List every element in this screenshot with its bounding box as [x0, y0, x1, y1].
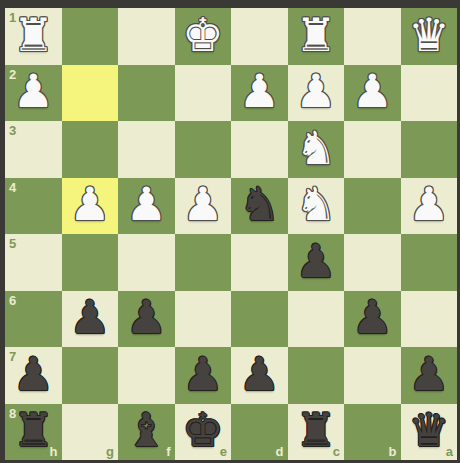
white-pawn[interactable]: ♟	[295, 68, 336, 114]
black-king[interactable]: ♚	[182, 407, 223, 453]
white-knight[interactable]: ♞	[295, 181, 336, 227]
black-pawn[interactable]: ♟	[352, 294, 393, 340]
white-knight[interactable]: ♞	[295, 125, 336, 171]
black-pawn[interactable]: ♟	[13, 351, 54, 397]
square-e1[interactable]: ♚	[175, 8, 232, 65]
square-f1[interactable]	[118, 8, 175, 65]
square-d8[interactable]: d	[231, 404, 288, 461]
square-g4[interactable]: ♟	[62, 178, 119, 235]
black-pawn[interactable]: ♟	[69, 294, 110, 340]
square-g6[interactable]: ♟	[62, 291, 119, 348]
square-c2[interactable]: ♟	[288, 65, 345, 122]
square-h5[interactable]: 5	[5, 234, 62, 291]
square-f4[interactable]: ♟	[118, 178, 175, 235]
square-f7[interactable]	[118, 347, 175, 404]
square-b1[interactable]	[344, 8, 401, 65]
square-e4[interactable]: ♟	[175, 178, 232, 235]
square-g8[interactable]: g	[62, 404, 119, 461]
square-d2[interactable]: ♟	[231, 65, 288, 122]
black-rook[interactable]: ♜	[295, 407, 336, 453]
square-f8[interactable]: ♝f	[118, 404, 175, 461]
square-a7[interactable]: ♟	[401, 347, 458, 404]
chess-board: ♜1♚♜♛♟2♟♟♟3♞4♟♟♟♞♞♟5♟6♟♟♟♟7♟♟♟♜8hg♝f♚ed♜…	[5, 8, 457, 460]
black-pawn[interactable]: ♟	[239, 351, 280, 397]
square-g5[interactable]	[62, 234, 119, 291]
square-h6[interactable]: 6	[5, 291, 62, 348]
square-a4[interactable]: ♟	[401, 178, 458, 235]
square-c6[interactable]	[288, 291, 345, 348]
square-c1[interactable]: ♜	[288, 8, 345, 65]
square-e6[interactable]	[175, 291, 232, 348]
square-a8[interactable]: ♛a	[401, 404, 458, 461]
square-g1[interactable]	[62, 8, 119, 65]
square-c4[interactable]: ♞	[288, 178, 345, 235]
square-b4[interactable]	[344, 178, 401, 235]
square-c5[interactable]: ♟	[288, 234, 345, 291]
square-h7[interactable]: ♟7	[5, 347, 62, 404]
white-pawn[interactable]: ♟	[408, 181, 449, 227]
square-h4[interactable]: 4	[5, 178, 62, 235]
square-d3[interactable]	[231, 121, 288, 178]
square-e8[interactable]: ♚e	[175, 404, 232, 461]
square-b6[interactable]: ♟	[344, 291, 401, 348]
square-g7[interactable]	[62, 347, 119, 404]
black-rook[interactable]: ♜	[13, 407, 54, 453]
square-g3[interactable]	[62, 121, 119, 178]
white-pawn[interactable]: ♟	[182, 181, 223, 227]
square-e3[interactable]	[175, 121, 232, 178]
square-b3[interactable]	[344, 121, 401, 178]
white-rook[interactable]: ♜	[295, 12, 336, 58]
white-king[interactable]: ♚	[182, 12, 223, 58]
square-f5[interactable]	[118, 234, 175, 291]
square-f2[interactable]	[118, 65, 175, 122]
square-e5[interactable]	[175, 234, 232, 291]
white-pawn[interactable]: ♟	[126, 181, 167, 227]
black-pawn[interactable]: ♟	[408, 351, 449, 397]
square-b5[interactable]	[344, 234, 401, 291]
square-h8[interactable]: ♜8h	[5, 404, 62, 461]
black-pawn[interactable]: ♟	[182, 351, 223, 397]
square-a5[interactable]	[401, 234, 458, 291]
square-c8[interactable]: ♜c	[288, 404, 345, 461]
square-f6[interactable]: ♟	[118, 291, 175, 348]
square-a2[interactable]	[401, 65, 458, 122]
rank-label-3: 3	[9, 124, 16, 137]
white-pawn[interactable]: ♟	[239, 68, 280, 114]
square-f3[interactable]	[118, 121, 175, 178]
square-e2[interactable]	[175, 65, 232, 122]
square-a1[interactable]: ♛	[401, 8, 458, 65]
square-a6[interactable]	[401, 291, 458, 348]
white-pawn[interactable]: ♟	[13, 68, 54, 114]
square-g2[interactable]	[62, 65, 119, 122]
rank-label-6: 6	[9, 294, 16, 307]
black-queen[interactable]: ♛	[408, 407, 449, 453]
white-pawn[interactable]: ♟	[352, 68, 393, 114]
square-b2[interactable]: ♟	[344, 65, 401, 122]
square-c3[interactable]: ♞	[288, 121, 345, 178]
square-d1[interactable]	[231, 8, 288, 65]
black-bishop[interactable]: ♝	[126, 407, 167, 453]
black-pawn[interactable]: ♟	[126, 294, 167, 340]
square-h3[interactable]: 3	[5, 121, 62, 178]
black-knight[interactable]: ♞	[239, 181, 280, 227]
square-b7[interactable]	[344, 347, 401, 404]
white-rook[interactable]: ♜	[13, 12, 54, 58]
square-d5[interactable]	[231, 234, 288, 291]
square-d6[interactable]	[231, 291, 288, 348]
white-queen[interactable]: ♛	[408, 12, 449, 58]
square-e7[interactable]: ♟	[175, 347, 232, 404]
square-h1[interactable]: ♜1	[5, 8, 62, 65]
file-label-g: g	[106, 445, 114, 458]
black-pawn[interactable]: ♟	[295, 238, 336, 284]
rank-label-5: 5	[9, 237, 16, 250]
square-c7[interactable]	[288, 347, 345, 404]
square-d4[interactable]: ♞	[231, 178, 288, 235]
rank-label-4: 4	[9, 181, 16, 194]
white-pawn[interactable]: ♟	[69, 181, 110, 227]
square-d7[interactable]: ♟	[231, 347, 288, 404]
file-label-d: d	[276, 445, 284, 458]
square-h2[interactable]: ♟2	[5, 65, 62, 122]
board-frame: ♜1♚♜♛♟2♟♟♟3♞4♟♟♟♞♞♟5♟6♟♟♟♟7♟♟♟♜8hg♝f♚ed♜…	[0, 0, 460, 463]
square-b8[interactable]: b	[344, 404, 401, 461]
file-label-b: b	[389, 445, 397, 458]
square-a3[interactable]	[401, 121, 458, 178]
